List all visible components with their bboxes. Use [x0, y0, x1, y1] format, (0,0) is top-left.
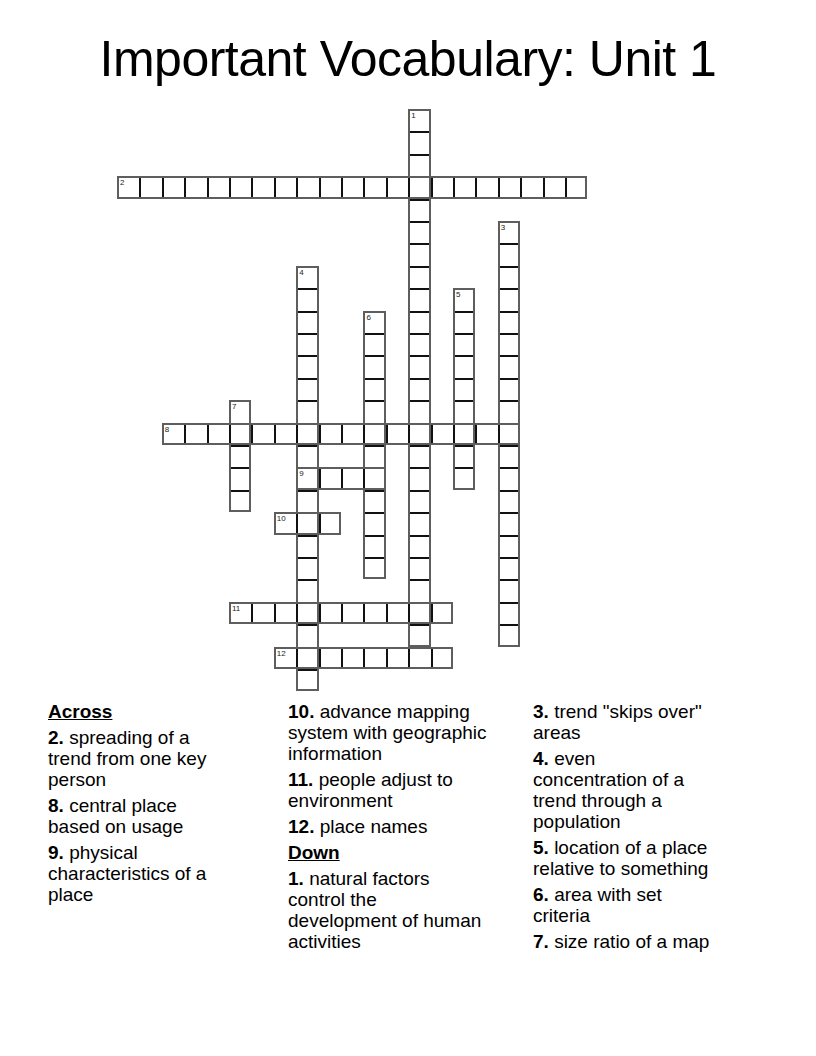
cell-border	[500, 535, 518, 537]
cell-border	[455, 445, 473, 447]
cell-border	[543, 178, 545, 196]
clue-line: 4. even	[533, 748, 765, 769]
cell-border	[319, 178, 321, 196]
cell-border	[455, 378, 473, 380]
cell-border	[500, 602, 518, 604]
word-5-down: 5	[453, 288, 475, 490]
cell-number-2: 2	[120, 178, 124, 187]
cell-number-7: 7	[232, 402, 236, 411]
cell-border	[296, 514, 298, 532]
cell-border	[298, 624, 316, 626]
cell-border	[386, 649, 388, 667]
clue-line: development of human	[288, 910, 538, 931]
cell-border	[231, 490, 249, 492]
clue-number: 6.	[533, 884, 549, 905]
cell-number-6: 6	[366, 313, 370, 322]
clue-line: person	[48, 769, 270, 790]
clue-line: system with geographic	[288, 722, 538, 743]
cell-border	[319, 425, 321, 443]
cell-border	[500, 490, 518, 492]
cell-border	[410, 311, 428, 313]
cell-border	[410, 490, 428, 492]
cell-border	[500, 266, 518, 268]
clue-line: concentration of a	[533, 769, 765, 790]
cell-border	[363, 178, 365, 196]
cell-border	[296, 649, 298, 667]
crossword-grid: 123456789101112	[117, 109, 588, 692]
clue-line: 5. location of a place	[533, 837, 765, 858]
cell-border	[319, 649, 321, 667]
cell-border	[500, 400, 518, 402]
clue-number: 4.	[533, 748, 549, 769]
cell-border	[410, 624, 428, 626]
cell-border	[410, 355, 428, 357]
cell-border	[365, 535, 383, 537]
puzzle-title: Important Vocabulary: Unit 1	[0, 33, 816, 85]
clue-number: 3.	[533, 701, 549, 722]
cell-border	[410, 378, 428, 380]
cell-border	[365, 557, 383, 559]
cell-border	[274, 178, 276, 196]
cell-border	[184, 425, 186, 443]
word-8-across: 8	[162, 423, 520, 445]
cell-border	[386, 425, 388, 443]
cell-border	[231, 467, 249, 469]
cell-border	[410, 579, 428, 581]
cell-border	[520, 178, 522, 196]
cell-border	[475, 425, 477, 443]
clue-line: control the	[288, 889, 538, 910]
cell-border	[500, 243, 518, 245]
cell-number-5: 5	[456, 290, 460, 299]
word-10-across: 10	[274, 512, 341, 534]
cell-border	[475, 178, 477, 196]
clue-number: 10.	[288, 701, 314, 722]
cell-border	[341, 469, 343, 487]
cell-border	[455, 355, 473, 357]
cell-number-10: 10	[277, 514, 286, 523]
cell-border	[565, 178, 567, 196]
cell-border	[498, 425, 500, 443]
cell-border	[410, 288, 428, 290]
cell-number-1: 1	[411, 111, 415, 120]
clues-column-2: 10. advance mappingsystem with geographi…	[288, 701, 538, 957]
cell-border	[408, 425, 410, 443]
cell-number-12: 12	[277, 649, 286, 658]
cell-border	[410, 131, 428, 133]
clue-5-down: 5. location of a placerelative to someth…	[533, 837, 765, 879]
word-6-down: 6	[363, 311, 385, 580]
cell-border	[498, 178, 500, 196]
clue-line: place	[48, 884, 270, 905]
cell-border	[500, 624, 518, 626]
cell-border	[410, 445, 428, 447]
cell-number-11: 11	[232, 604, 240, 613]
cell-border	[408, 178, 410, 196]
cell-border	[296, 178, 298, 196]
cell-border	[410, 512, 428, 514]
word-11-across: 11	[229, 602, 453, 624]
cell-border	[365, 490, 383, 492]
cell-border	[455, 400, 473, 402]
clue-line: relative to something	[533, 858, 765, 879]
clue-line: activities	[288, 931, 538, 952]
cell-border	[298, 490, 316, 492]
cell-border	[363, 425, 365, 443]
clue-line: 9. physical	[48, 842, 270, 863]
clues-column-3: 3. trend "skips over"areas4. evenconcent…	[533, 701, 765, 957]
cell-border	[298, 579, 316, 581]
cell-border	[296, 604, 298, 622]
cell-border	[386, 178, 388, 196]
clue-number: 9.	[48, 842, 64, 863]
cell-border	[500, 311, 518, 313]
cell-border	[298, 400, 316, 402]
cell-border	[162, 178, 164, 196]
clue-line: population	[533, 811, 765, 832]
cell-border	[410, 266, 428, 268]
cell-border	[251, 425, 253, 443]
clue-12-across: 12. place names	[288, 816, 538, 837]
cell-border	[184, 178, 186, 196]
cell-border	[410, 154, 428, 156]
clue-line: 10. advance mapping	[288, 701, 538, 722]
cell-border	[500, 467, 518, 469]
cell-border	[500, 288, 518, 290]
cell-border	[363, 604, 365, 622]
cell-border	[453, 178, 455, 196]
cell-border	[365, 355, 383, 357]
clue-number: 11.	[288, 769, 313, 790]
cell-border	[431, 425, 433, 443]
cell-border	[319, 469, 321, 487]
cell-border	[500, 355, 518, 357]
clue-4-down: 4. evenconcentration of atrend through a…	[533, 748, 765, 832]
cell-border	[410, 221, 428, 223]
cell-border	[251, 604, 253, 622]
cell-border	[298, 378, 316, 380]
clue-line: information	[288, 743, 538, 764]
clue-line: 2. spreading of a	[48, 727, 270, 748]
word-12-across: 12	[274, 647, 453, 669]
cell-border	[500, 445, 518, 447]
cell-border	[298, 535, 316, 537]
cell-border	[431, 649, 433, 667]
clue-line: 7. size ratio of a map	[533, 931, 765, 952]
cell-border	[341, 604, 343, 622]
cell-border	[298, 311, 316, 313]
cell-border	[365, 445, 383, 447]
clue-number: 7.	[533, 931, 549, 952]
clue-2-across: 2. spreading of atrend from one keyperso…	[48, 727, 270, 790]
word-9-across: 9	[296, 467, 386, 489]
clue-line: 3. trend "skips over"	[533, 701, 765, 722]
crossword-worksheet-page: Important Vocabulary: Unit 1 12345678910…	[0, 0, 816, 1056]
cell-border	[410, 333, 428, 335]
cell-border	[341, 178, 343, 196]
cell-border	[298, 333, 316, 335]
cell-border	[231, 445, 249, 447]
cell-border	[500, 557, 518, 559]
cell-border	[453, 425, 455, 443]
cell-border	[500, 579, 518, 581]
cell-border	[410, 199, 428, 201]
cell-border	[298, 669, 316, 671]
cell-border	[229, 178, 231, 196]
cell-border	[274, 425, 276, 443]
cell-border	[363, 649, 365, 667]
cell-border	[410, 557, 428, 559]
cell-border	[365, 333, 383, 335]
clue-number: 8.	[48, 795, 64, 816]
cell-border	[207, 178, 209, 196]
cell-border	[455, 333, 473, 335]
clue-8-across: 8. central placebased on usage	[48, 795, 270, 837]
clue-number: 1.	[288, 868, 304, 889]
cell-border	[319, 514, 321, 532]
clue-line: 12. place names	[288, 816, 538, 837]
cell-border	[319, 604, 321, 622]
cell-border	[251, 178, 253, 196]
cell-border	[410, 400, 428, 402]
cell-border	[410, 467, 428, 469]
cell-border	[500, 512, 518, 514]
cell-border	[298, 445, 316, 447]
cell-border	[455, 467, 473, 469]
clue-1-down: 1. natural factorscontrol thedevelopment…	[288, 868, 538, 952]
cell-border	[207, 425, 209, 443]
cell-border	[298, 557, 316, 559]
cell-border	[365, 512, 383, 514]
cell-border	[455, 311, 473, 313]
cell-border	[365, 400, 383, 402]
clue-6-down: 6. area with setcriteria	[533, 884, 765, 926]
word-2-across: 2	[117, 176, 587, 198]
clue-line: environment	[288, 790, 538, 811]
clue-7-down: 7. size ratio of a map	[533, 931, 765, 952]
word-7-down: 7	[229, 400, 251, 512]
cell-number-8: 8	[165, 425, 169, 434]
cell-number-3: 3	[501, 223, 505, 232]
clue-line: 11. people adjust to	[288, 769, 538, 790]
clue-line: trend through a	[533, 790, 765, 811]
cell-border	[363, 469, 365, 487]
clue-number: 5.	[533, 837, 549, 858]
cell-border	[274, 604, 276, 622]
clue-line: trend from one key	[48, 748, 270, 769]
cell-border	[298, 288, 316, 290]
clue-line: criteria	[533, 905, 765, 926]
across-heading: Across	[48, 701, 270, 722]
cell-border	[229, 425, 231, 443]
clue-line: characteristics of a	[48, 863, 270, 884]
cell-border	[410, 535, 428, 537]
clue-line: 8. central place	[48, 795, 270, 816]
cell-number-9: 9	[299, 469, 303, 478]
clue-3-down: 3. trend "skips over"areas	[533, 701, 765, 743]
cell-border	[341, 649, 343, 667]
cell-border	[500, 378, 518, 380]
clue-line: 1. natural factors	[288, 868, 538, 889]
clue-11-across: 11. people adjust toenvironment	[288, 769, 538, 811]
cell-border	[410, 243, 428, 245]
cell-number-4: 4	[299, 268, 303, 277]
clue-line: 6. area with set	[533, 884, 765, 905]
cell-border	[431, 604, 433, 622]
cell-border	[386, 604, 388, 622]
clue-line: areas	[533, 722, 765, 743]
down-heading: Down	[288, 842, 538, 863]
clue-number: 12.	[288, 816, 314, 837]
cell-border	[431, 178, 433, 196]
clue-9-across: 9. physicalcharacteristics of aplace	[48, 842, 270, 905]
clues-column-1: Across2. spreading of atrend from one ke…	[48, 701, 270, 910]
cell-border	[365, 378, 383, 380]
cell-border	[500, 333, 518, 335]
cell-border	[296, 425, 298, 443]
cell-border	[139, 178, 141, 196]
cell-border	[408, 649, 410, 667]
cell-border	[408, 604, 410, 622]
clue-line: based on usage	[48, 816, 270, 837]
clue-10-across: 10. advance mappingsystem with geographi…	[288, 701, 538, 764]
cell-border	[298, 355, 316, 357]
cell-border	[341, 425, 343, 443]
clue-number: 2.	[48, 727, 64, 748]
